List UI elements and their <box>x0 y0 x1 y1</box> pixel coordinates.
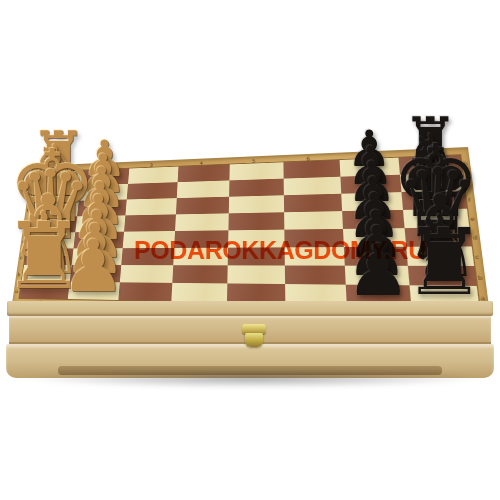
file-label: e <box>24 223 28 228</box>
square <box>31 201 79 218</box>
rank-label-far: 6 <box>307 156 311 161</box>
file-label: e <box>470 216 475 222</box>
square <box>72 248 123 265</box>
square <box>26 232 75 248</box>
rank-label-far: 3 <box>150 163 154 168</box>
chessboard <box>19 155 479 306</box>
file-label: f <box>26 208 28 213</box>
file-label: b <box>17 272 21 277</box>
file-label: a <box>15 289 19 294</box>
file-label: h <box>31 178 35 183</box>
square <box>128 167 178 184</box>
square <box>35 170 82 187</box>
square <box>70 265 122 282</box>
chessboard-frame: hh11gg22ff33ee44dd55cc66bb77aa88 <box>12 147 490 314</box>
product-photo: hh11gg22ff33ee44dd55cc66bb77aa88 ♜♞♝♛♚♝♞… <box>0 0 500 500</box>
square <box>75 215 125 232</box>
rank-label-far: 5 <box>252 158 256 163</box>
square <box>229 179 284 197</box>
square <box>124 214 176 231</box>
rank-label-far: 4 <box>200 160 204 165</box>
square <box>175 213 229 231</box>
square <box>172 265 227 283</box>
square <box>284 177 342 196</box>
square <box>79 184 128 201</box>
floor-shadow <box>26 372 478 388</box>
file-label: g <box>29 193 33 198</box>
square <box>227 265 285 284</box>
square <box>340 175 401 194</box>
square <box>400 173 465 193</box>
file-label: h <box>463 161 468 166</box>
square <box>401 190 467 210</box>
square <box>284 194 342 213</box>
square <box>398 155 462 175</box>
file-label: c <box>475 254 480 260</box>
square <box>341 192 403 211</box>
square <box>73 232 124 249</box>
file-label: d <box>473 235 478 241</box>
file-label: g <box>465 179 470 184</box>
rank-label-far: 2 <box>102 165 106 170</box>
square <box>345 266 410 286</box>
rank-label-far: 1 <box>56 167 60 172</box>
square <box>284 211 343 230</box>
file-label: f <box>468 197 471 203</box>
square <box>228 212 284 230</box>
square <box>229 195 284 213</box>
square <box>342 210 404 229</box>
file-label: d <box>22 239 26 244</box>
square <box>176 197 229 215</box>
square <box>22 265 72 282</box>
square <box>408 266 477 286</box>
rank-label-far: 8 <box>423 151 428 156</box>
square <box>178 164 230 182</box>
rank-label-far: 7 <box>364 153 368 158</box>
square <box>33 185 81 202</box>
square <box>283 160 340 179</box>
square <box>24 248 73 265</box>
square <box>127 182 178 199</box>
square <box>29 216 77 232</box>
clasp-hasp <box>245 333 263 347</box>
square <box>340 158 400 177</box>
square <box>81 169 130 186</box>
file-label: b <box>478 275 483 281</box>
square <box>68 282 120 300</box>
brass-clasp-icon <box>241 324 267 350</box>
square <box>120 265 173 283</box>
square <box>285 266 346 285</box>
square <box>77 199 127 216</box>
square <box>171 283 227 302</box>
square <box>118 282 172 301</box>
square <box>125 198 176 215</box>
square <box>403 209 469 228</box>
square <box>229 162 283 180</box>
file-label: c <box>20 255 23 260</box>
square <box>19 281 69 299</box>
square <box>177 180 230 198</box>
box-lid-edge <box>7 301 493 316</box>
watermark-text: PODAROKKAGDOMY.RU <box>134 236 394 265</box>
